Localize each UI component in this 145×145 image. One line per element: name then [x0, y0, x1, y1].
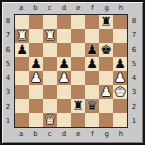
rank-label-8-b: 8	[128, 14, 140, 28]
square-d3[interactable]	[57, 85, 71, 99]
file-label-d-b: d	[57, 128, 71, 140]
piece-black-pawn[interactable]: ♟	[16, 43, 28, 57]
square-a7[interactable]: ♜	[15, 29, 29, 43]
square-g5[interactable]	[99, 57, 113, 71]
rank-label-1-b: 1	[128, 114, 140, 128]
square-f6[interactable]: ♟	[85, 43, 99, 57]
square-e8[interactable]	[71, 15, 85, 29]
square-d5[interactable]: ♟	[57, 57, 71, 71]
square-c7[interactable]: ♜	[43, 29, 57, 43]
square-e3[interactable]	[71, 85, 85, 99]
piece-white-pawn[interactable]: ♟	[100, 85, 112, 99]
square-d6[interactable]	[57, 43, 71, 57]
file-label-h-b: h	[114, 128, 128, 140]
square-g8[interactable]: ♜	[99, 15, 113, 29]
rank-label-3: 3	[2, 85, 14, 99]
piece-white-pawn[interactable]: ♟	[114, 71, 126, 85]
rank-label-7: 7	[2, 28, 14, 42]
square-f8[interactable]	[85, 15, 99, 29]
piece-black-rook[interactable]: ♜	[100, 15, 112, 29]
square-f3[interactable]	[85, 85, 99, 99]
square-b5[interactable]: ♟	[29, 57, 43, 71]
square-h7[interactable]	[113, 29, 127, 43]
square-b2[interactable]	[29, 99, 43, 113]
square-c6[interactable]	[43, 43, 57, 57]
board-frame: abcdefgh 87654321 ♜♜♜♟♟♚♟♟♟♟♟♟♟♟♚♜♛♛ 876…	[2, 2, 143, 143]
rank-labels-right: 87654321	[128, 14, 140, 128]
chess-board: ♜♜♜♟♟♚♟♟♟♟♟♟♟♟♚♜♛♛	[14, 14, 128, 128]
square-c8[interactable]	[43, 15, 57, 29]
square-e1[interactable]	[71, 113, 85, 127]
piece-white-queen[interactable]: ♛	[44, 113, 56, 127]
square-g1[interactable]	[99, 113, 113, 127]
chessboard-widget: abcdefgh 87654321 ♜♜♜♟♟♚♟♟♟♟♟♟♟♟♚♜♛♛ 876…	[0, 0, 145, 145]
piece-white-pawn[interactable]: ♟	[30, 71, 42, 85]
piece-white-pawn[interactable]: ♟	[58, 71, 70, 85]
file-label-g-b: g	[100, 128, 114, 140]
piece-black-pawn[interactable]: ♟	[86, 57, 98, 71]
square-b1[interactable]	[29, 113, 43, 127]
square-f7[interactable]	[85, 29, 99, 43]
square-g6[interactable]: ♚	[99, 43, 113, 57]
rank-label-7-b: 7	[128, 28, 140, 42]
square-b3[interactable]	[29, 85, 43, 99]
square-g3[interactable]: ♟	[99, 85, 113, 99]
piece-black-pawn[interactable]: ♟	[58, 57, 70, 71]
file-label-e: e	[71, 2, 85, 14]
square-d7[interactable]	[57, 29, 71, 43]
square-b7[interactable]	[29, 29, 43, 43]
rank-label-6: 6	[2, 43, 14, 57]
piece-black-rook[interactable]: ♜	[72, 99, 84, 113]
square-g4[interactable]	[99, 71, 113, 85]
square-a4[interactable]	[15, 71, 29, 85]
square-d8[interactable]	[57, 15, 71, 29]
square-h6[interactable]	[113, 43, 127, 57]
rank-label-3-b: 3	[128, 85, 140, 99]
square-e6[interactable]	[71, 43, 85, 57]
square-b4[interactable]: ♟	[29, 71, 43, 85]
square-a1[interactable]	[15, 113, 29, 127]
square-f1[interactable]	[85, 113, 99, 127]
square-h8[interactable]	[113, 15, 127, 29]
square-f5[interactable]: ♟	[85, 57, 99, 71]
square-f2[interactable]: ♛	[85, 99, 99, 113]
piece-black-pawn[interactable]: ♟	[86, 43, 98, 57]
file-label-g: g	[100, 2, 114, 14]
piece-black-queen[interactable]: ♛	[86, 99, 98, 113]
piece-black-pawn[interactable]: ♟	[30, 57, 42, 71]
file-label-b: b	[28, 2, 42, 14]
piece-white-rook[interactable]: ♜	[44, 29, 56, 43]
square-h1[interactable]	[113, 113, 127, 127]
file-label-h: h	[114, 2, 128, 14]
square-h5[interactable]: ♟	[113, 57, 127, 71]
file-label-b-b: b	[28, 128, 42, 140]
rank-label-5: 5	[2, 57, 14, 71]
square-a2[interactable]	[15, 99, 29, 113]
square-d1[interactable]	[57, 113, 71, 127]
square-a6[interactable]: ♟	[15, 43, 29, 57]
rank-label-4: 4	[2, 71, 14, 85]
file-labels-top: abcdefgh	[14, 2, 128, 14]
square-b6[interactable]	[29, 43, 43, 57]
piece-white-king[interactable]: ♚	[114, 85, 126, 99]
file-labels-bottom: abcdefgh	[14, 128, 128, 140]
square-h2[interactable]	[113, 99, 127, 113]
rank-label-8: 8	[2, 14, 14, 28]
piece-black-pawn[interactable]: ♟	[114, 57, 126, 71]
square-c5[interactable]	[43, 57, 57, 71]
piece-white-rook[interactable]: ♜	[16, 29, 28, 43]
square-a3[interactable]	[15, 85, 29, 99]
file-label-a: a	[14, 2, 28, 14]
rank-labels-left: 87654321	[2, 14, 14, 128]
square-f4[interactable]	[85, 71, 99, 85]
square-g2[interactable]	[99, 99, 113, 113]
square-h3[interactable]: ♚	[113, 85, 127, 99]
square-e5[interactable]	[71, 57, 85, 71]
file-label-f: f	[85, 2, 99, 14]
square-e2[interactable]: ♜	[71, 99, 85, 113]
file-label-e-b: e	[71, 128, 85, 140]
piece-black-king[interactable]: ♚	[100, 43, 112, 57]
square-b8[interactable]	[29, 15, 43, 29]
file-label-f-b: f	[85, 128, 99, 140]
file-label-d: d	[57, 2, 71, 14]
square-d2[interactable]	[57, 99, 71, 113]
square-h4[interactable]: ♟	[113, 71, 127, 85]
rank-label-6-b: 6	[128, 43, 140, 57]
square-c2[interactable]	[43, 99, 57, 113]
square-e4[interactable]	[71, 71, 85, 85]
rank-label-5-b: 5	[128, 57, 140, 71]
square-a5[interactable]	[15, 57, 29, 71]
rank-label-4-b: 4	[128, 71, 140, 85]
file-label-c: c	[43, 2, 57, 14]
square-c3[interactable]	[43, 85, 57, 99]
rank-label-1: 1	[2, 114, 14, 128]
file-label-c-b: c	[43, 128, 57, 140]
square-e7[interactable]	[71, 29, 85, 43]
square-a8[interactable]	[15, 15, 29, 29]
file-label-a-b: a	[14, 128, 28, 140]
square-c1[interactable]: ♛	[43, 113, 57, 127]
square-d4[interactable]: ♟	[57, 71, 71, 85]
rank-label-2-b: 2	[128, 100, 140, 114]
square-c4[interactable]	[43, 71, 57, 85]
square-g7[interactable]	[99, 29, 113, 43]
rank-label-2: 2	[2, 100, 14, 114]
